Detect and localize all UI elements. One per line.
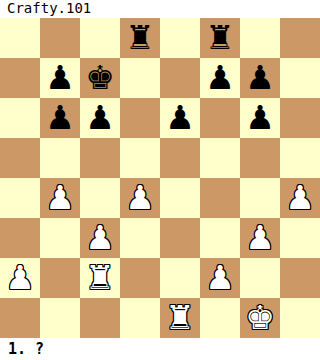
square-f5[interactable] (200, 138, 240, 178)
square-g3[interactable]: ♟ (240, 218, 280, 258)
piece-black-king: ♚ (85, 58, 115, 98)
square-d5[interactable] (120, 138, 160, 178)
square-e1[interactable]: ♜ (160, 298, 200, 338)
piece-white-pawn: ♟ (45, 178, 75, 218)
piece-black-pawn: ♟ (245, 58, 275, 98)
square-f1[interactable] (200, 298, 240, 338)
move-prompt: 1. ? (0, 338, 320, 360)
square-f2[interactable]: ♟ (200, 258, 240, 298)
piece-black-pawn: ♟ (85, 98, 115, 138)
piece-black-rook: ♜ (125, 18, 155, 58)
square-a1[interactable] (0, 298, 40, 338)
square-f8[interactable]: ♜ (200, 18, 240, 58)
square-d1[interactable] (120, 298, 160, 338)
square-c7[interactable]: ♚ (80, 58, 120, 98)
piece-black-pawn: ♟ (45, 58, 75, 98)
square-f3[interactable] (200, 218, 240, 258)
square-f7[interactable]: ♟ (200, 58, 240, 98)
piece-white-pawn: ♟ (245, 218, 275, 258)
square-g6[interactable]: ♟ (240, 98, 280, 138)
piece-white-pawn: ♟ (285, 178, 315, 218)
square-h6[interactable] (280, 98, 320, 138)
piece-white-rook: ♜ (165, 298, 195, 338)
piece-white-pawn: ♟ (85, 218, 115, 258)
square-c6[interactable]: ♟ (80, 98, 120, 138)
square-c4[interactable] (80, 178, 120, 218)
square-g7[interactable]: ♟ (240, 58, 280, 98)
square-e7[interactable] (160, 58, 200, 98)
piece-black-pawn: ♟ (45, 98, 75, 138)
square-d7[interactable] (120, 58, 160, 98)
square-d3[interactable] (120, 218, 160, 258)
square-e4[interactable] (160, 178, 200, 218)
square-d2[interactable] (120, 258, 160, 298)
square-b3[interactable] (40, 218, 80, 258)
square-b4[interactable]: ♟ (40, 178, 80, 218)
square-e6[interactable]: ♟ (160, 98, 200, 138)
piece-white-pawn: ♟ (205, 258, 235, 298)
square-e8[interactable] (160, 18, 200, 58)
square-e2[interactable] (160, 258, 200, 298)
square-b2[interactable] (40, 258, 80, 298)
square-g4[interactable] (240, 178, 280, 218)
square-a2[interactable]: ♟ (0, 258, 40, 298)
piece-white-king: ♚ (245, 298, 275, 338)
square-a5[interactable] (0, 138, 40, 178)
square-a4[interactable] (0, 178, 40, 218)
square-e5[interactable] (160, 138, 200, 178)
square-c5[interactable] (80, 138, 120, 178)
piece-black-pawn: ♟ (245, 98, 275, 138)
square-f4[interactable] (200, 178, 240, 218)
piece-white-rook: ♜ (85, 258, 115, 298)
square-b7[interactable]: ♟ (40, 58, 80, 98)
window-title: Crafty.101 (0, 0, 320, 18)
square-h8[interactable] (280, 18, 320, 58)
square-f6[interactable] (200, 98, 240, 138)
square-h7[interactable] (280, 58, 320, 98)
piece-black-rook: ♜ (205, 18, 235, 58)
square-c1[interactable] (80, 298, 120, 338)
square-h2[interactable] (280, 258, 320, 298)
square-h5[interactable] (280, 138, 320, 178)
square-g1[interactable]: ♚ (240, 298, 280, 338)
piece-black-pawn: ♟ (205, 58, 235, 98)
square-d6[interactable] (120, 98, 160, 138)
square-a8[interactable] (0, 18, 40, 58)
square-h1[interactable] (280, 298, 320, 338)
square-b1[interactable] (40, 298, 80, 338)
piece-white-pawn: ♟ (125, 178, 155, 218)
square-a3[interactable] (0, 218, 40, 258)
piece-white-pawn: ♟ (5, 258, 35, 298)
square-h4[interactable]: ♟ (280, 178, 320, 218)
square-c2[interactable]: ♜ (80, 258, 120, 298)
square-g2[interactable] (240, 258, 280, 298)
square-g8[interactable] (240, 18, 280, 58)
square-c3[interactable]: ♟ (80, 218, 120, 258)
square-b5[interactable] (40, 138, 80, 178)
chess-board: ♜♜♟♚♟♟♟♟♟♟♟♟♟♟♟♟♜♟♜♚ (0, 18, 320, 338)
square-g5[interactable] (240, 138, 280, 178)
piece-black-pawn: ♟ (165, 98, 195, 138)
square-a7[interactable] (0, 58, 40, 98)
square-b6[interactable]: ♟ (40, 98, 80, 138)
crafty-window: Crafty.101 ♜♜♟♚♟♟♟♟♟♟♟♟♟♟♟♟♜♟♜♚ 1. ? (0, 0, 320, 360)
square-d4[interactable]: ♟ (120, 178, 160, 218)
square-e3[interactable] (160, 218, 200, 258)
square-b8[interactable] (40, 18, 80, 58)
square-a6[interactable] (0, 98, 40, 138)
square-c8[interactable] (80, 18, 120, 58)
square-d8[interactable]: ♜ (120, 18, 160, 58)
square-h3[interactable] (280, 218, 320, 258)
